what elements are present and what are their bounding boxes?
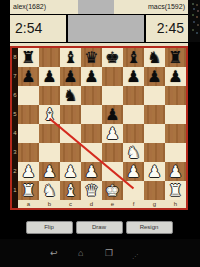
- black-bishop: ♝: [123, 48, 144, 67]
- black-king: ♚: [102, 48, 123, 67]
- square-e5[interactable]: ♟: [102, 105, 123, 124]
- black-rook: ♜: [165, 48, 186, 67]
- square-h1[interactable]: ♜: [165, 181, 186, 200]
- white-knight: ♞: [39, 181, 60, 200]
- square-e6[interactable]: [102, 86, 123, 105]
- square-f2[interactable]: ♟: [123, 162, 144, 181]
- square-a6[interactable]: [18, 86, 39, 105]
- square-f7[interactable]: ♟: [123, 67, 144, 86]
- square-d7[interactable]: ♟: [81, 67, 102, 86]
- square-e8[interactable]: ♚: [102, 48, 123, 67]
- square-b2[interactable]: ♟: [39, 162, 60, 181]
- white-pawn: ♟: [60, 162, 81, 181]
- square-d1[interactable]: ♛: [81, 181, 102, 200]
- clocks-spacer: [68, 15, 144, 42]
- clock-left: 2:54: [10, 15, 66, 42]
- square-b4[interactable]: [39, 124, 60, 143]
- square-b1[interactable]: ♞: [39, 181, 60, 200]
- chess-board: 87654321 ♜♝♛♚♝♞♜♟♟♟♟♟♟♟♞♝♟♟♞♟♟♟♟♟♟♟♜♞♝♛♚…: [10, 46, 188, 210]
- file-label-b: b: [39, 200, 60, 208]
- square-e3[interactable]: [102, 143, 123, 162]
- clock-right: 2:45: [146, 15, 188, 42]
- square-f8[interactable]: ♝: [123, 48, 144, 67]
- black-pawn: ♟: [81, 67, 102, 86]
- square-d3[interactable]: [81, 143, 102, 162]
- black-knight: ♞: [144, 48, 165, 67]
- square-e2[interactable]: [102, 162, 123, 181]
- square-c4[interactable]: [60, 124, 81, 143]
- square-c7[interactable]: ♟: [60, 67, 81, 86]
- board-squares: ♜♝♛♚♝♞♜♟♟♟♟♟♟♟♞♝♟♟♞♟♟♟♟♟♟♟♜♞♝♛♚♜: [18, 48, 186, 200]
- white-rook: ♜: [18, 181, 39, 200]
- square-d5[interactable]: [81, 105, 102, 124]
- square-a3[interactable]: [18, 143, 39, 162]
- white-pawn: ♟: [18, 162, 39, 181]
- square-d2[interactable]: ♟: [81, 162, 102, 181]
- black-bishop: ♝: [60, 48, 81, 67]
- black-pawn: ♟: [18, 67, 39, 86]
- menu-dots-icon[interactable]: ⋰: [132, 250, 138, 262]
- square-g1[interactable]: [144, 181, 165, 200]
- white-pawn: ♟: [81, 162, 102, 181]
- black-pawn: ♟: [123, 67, 144, 86]
- home-icon[interactable]: ⌂: [78, 247, 83, 259]
- resign-button[interactable]: Resign: [126, 221, 173, 234]
- square-e7[interactable]: [102, 67, 123, 86]
- square-h6[interactable]: [165, 86, 186, 105]
- file-label-c: c: [60, 200, 81, 208]
- black-pawn: ♟: [39, 67, 60, 86]
- square-h3[interactable]: [165, 143, 186, 162]
- white-bishop: ♝: [60, 181, 81, 200]
- square-a4[interactable]: [18, 124, 39, 143]
- square-g3[interactable]: [144, 143, 165, 162]
- square-g6[interactable]: [144, 86, 165, 105]
- back-icon[interactable]: ↩: [50, 247, 58, 259]
- square-g2[interactable]: ♟: [144, 162, 165, 181]
- square-f1[interactable]: [123, 181, 144, 200]
- player-right-name: macs(1592): [114, 0, 188, 14]
- square-e1[interactable]: ♚: [102, 181, 123, 200]
- square-g5[interactable]: [144, 105, 165, 124]
- square-b7[interactable]: ♟: [39, 67, 60, 86]
- file-label-h: h: [165, 200, 186, 208]
- file-labels: abcdefgh: [18, 200, 186, 208]
- square-h4[interactable]: [165, 124, 186, 143]
- recents-icon[interactable]: ❐: [105, 247, 113, 259]
- black-pawn: ♟: [60, 67, 81, 86]
- square-a1[interactable]: ♜: [18, 181, 39, 200]
- square-c1[interactable]: ♝: [60, 181, 81, 200]
- white-queen: ♛: [81, 181, 102, 200]
- square-c3[interactable]: [60, 143, 81, 162]
- square-d8[interactable]: ♛: [81, 48, 102, 67]
- square-f5[interactable]: [123, 105, 144, 124]
- white-bishop: ♝: [39, 105, 60, 124]
- square-b5[interactable]: ♝: [39, 105, 60, 124]
- square-b6[interactable]: [39, 86, 60, 105]
- square-h7[interactable]: ♟: [165, 67, 186, 86]
- flip-button[interactable]: Flip: [26, 221, 73, 234]
- black-knight: ♞: [60, 86, 81, 105]
- square-f4[interactable]: [123, 124, 144, 143]
- square-e4[interactable]: ♟: [102, 124, 123, 143]
- file-label-g: g: [144, 200, 165, 208]
- board-panel: 87654321 ♜♝♛♚♝♞♜♟♟♟♟♟♟♟♞♝♟♟♞♟♟♟♟♟♟♟♜♞♝♛♚…: [10, 43, 188, 210]
- draw-button[interactable]: Draw: [76, 221, 123, 234]
- android-navbar: ↩ ⌂ ❐ ⋰: [0, 239, 200, 267]
- square-g4[interactable]: [144, 124, 165, 143]
- black-queen: ♛: [81, 48, 102, 67]
- square-f6[interactable]: [123, 86, 144, 105]
- square-c5[interactable]: [60, 105, 81, 124]
- square-f3[interactable]: ♞: [123, 143, 144, 162]
- white-pawn: ♟: [123, 162, 144, 181]
- square-d4[interactable]: [81, 124, 102, 143]
- white-pawn: ♟: [165, 162, 186, 181]
- square-a8[interactable]: ♜: [18, 48, 39, 67]
- square-d6[interactable]: [81, 86, 102, 105]
- file-label-a: a: [18, 200, 39, 208]
- black-pawn: ♟: [144, 67, 165, 86]
- square-h8[interactable]: ♜: [165, 48, 186, 67]
- square-c2[interactable]: ♟: [60, 162, 81, 181]
- white-pawn: ♟: [39, 162, 60, 181]
- square-c6[interactable]: ♞: [60, 86, 81, 105]
- action-buttons: Flip Draw Resign: [10, 221, 188, 234]
- square-g8[interactable]: ♞: [144, 48, 165, 67]
- app-content: alex(1682) macs(1592) 2:54 2:45 87654321…: [10, 0, 188, 234]
- white-knight: ♞: [123, 143, 144, 162]
- clocks-bar: 2:54 2:45: [10, 15, 188, 42]
- square-b8[interactable]: [39, 48, 60, 67]
- file-label-e: e: [102, 200, 123, 208]
- black-pawn: ♟: [165, 67, 186, 86]
- square-b3[interactable]: [39, 143, 60, 162]
- player-left-name: alex(1682): [10, 0, 78, 14]
- white-king: ♚: [102, 181, 123, 200]
- file-label-f: f: [123, 200, 144, 208]
- black-pawn: ♟: [102, 105, 123, 124]
- status-artifact: [188, 0, 200, 42]
- square-a7[interactable]: ♟: [18, 67, 39, 86]
- square-a2[interactable]: ♟: [18, 162, 39, 181]
- file-label-d: d: [81, 200, 102, 208]
- white-pawn: ♟: [144, 162, 165, 181]
- square-a5[interactable]: [18, 105, 39, 124]
- white-pawn: ♟: [102, 124, 123, 143]
- white-rook: ♜: [165, 181, 186, 200]
- square-c8[interactable]: ♝: [60, 48, 81, 67]
- player-names-bar: alex(1682) macs(1592): [10, 0, 188, 14]
- square-h2[interactable]: ♟: [165, 162, 186, 181]
- black-rook: ♜: [18, 48, 39, 67]
- square-g7[interactable]: ♟: [144, 67, 165, 86]
- square-h5[interactable]: [165, 105, 186, 124]
